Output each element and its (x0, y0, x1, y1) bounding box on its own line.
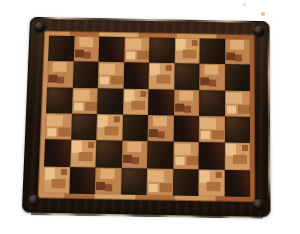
board-square[interactable] (173, 142, 199, 169)
board-square[interactable] (72, 87, 98, 114)
board-square[interactable] (121, 141, 147, 168)
board-square[interactable] (173, 115, 199, 142)
board-square[interactable] (148, 63, 174, 89)
board-square[interactable] (48, 36, 74, 62)
edge-glint (40, 17, 254, 23)
board-square[interactable] (224, 143, 250, 170)
dust-speck (243, 3, 246, 6)
board-square[interactable] (174, 63, 200, 89)
board-square[interactable] (96, 114, 122, 141)
board-square[interactable] (45, 113, 72, 140)
board-square[interactable] (43, 166, 70, 193)
board-square[interactable] (149, 37, 175, 63)
board-square[interactable] (199, 142, 225, 169)
board-square[interactable] (121, 168, 147, 195)
board-square[interactable] (96, 140, 122, 167)
board-square[interactable] (147, 168, 173, 195)
board-frame (22, 17, 271, 217)
board-square[interactable] (70, 140, 97, 167)
board-square[interactable] (174, 38, 199, 64)
board-square[interactable] (123, 88, 149, 115)
board-square[interactable] (224, 170, 250, 197)
dust-speck (261, 12, 265, 16)
board-square[interactable] (44, 140, 71, 167)
board-square[interactable] (95, 167, 122, 194)
board-square[interactable] (199, 38, 224, 64)
corner-screw-icon (253, 199, 264, 211)
board-photo (0, 0, 300, 234)
board-square[interactable] (199, 116, 225, 143)
corner-screw-icon (254, 26, 265, 37)
board-square[interactable] (172, 169, 198, 196)
board-square[interactable] (147, 141, 173, 168)
board-square[interactable] (46, 87, 72, 114)
board-square[interactable] (224, 90, 249, 117)
board-square[interactable] (98, 62, 124, 88)
board-square[interactable] (224, 116, 250, 143)
board-square[interactable] (98, 36, 124, 62)
board-square[interactable] (69, 167, 96, 194)
board-square[interactable] (148, 115, 174, 142)
edge-glint (268, 32, 271, 202)
board-inner-border (38, 31, 256, 203)
board-square[interactable] (47, 61, 73, 87)
corner-screw-icon (28, 195, 40, 207)
board-grid (43, 36, 250, 197)
chessboard (22, 17, 271, 217)
board-square[interactable] (199, 90, 225, 117)
board-square[interactable] (97, 88, 123, 115)
board-square[interactable] (199, 64, 224, 90)
board-square[interactable] (173, 89, 199, 116)
board-square[interactable] (123, 63, 149, 89)
board-square[interactable] (198, 169, 224, 196)
board-square[interactable] (124, 37, 150, 63)
board-square[interactable] (122, 115, 148, 142)
board-square[interactable] (72, 62, 98, 88)
board-square[interactable] (225, 64, 250, 90)
board-square[interactable] (71, 114, 97, 141)
board-square[interactable] (148, 89, 174, 116)
board-square[interactable] (225, 39, 250, 65)
board-square[interactable] (73, 36, 99, 62)
